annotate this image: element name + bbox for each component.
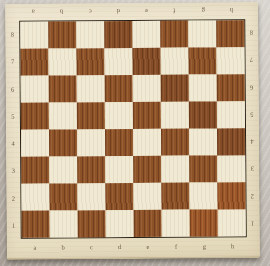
square-f5[interactable] xyxy=(161,102,189,129)
coord-label-d: d xyxy=(104,5,132,17)
square-f2[interactable] xyxy=(161,183,189,210)
square-e3[interactable] xyxy=(133,156,161,183)
coord-label-4: 4 xyxy=(7,130,19,157)
coord-label-f: f xyxy=(162,241,190,253)
coord-label-e: e xyxy=(134,241,162,253)
square-h2[interactable] xyxy=(217,182,245,209)
coord-label-3: 3 xyxy=(246,155,258,182)
square-h6[interactable] xyxy=(217,74,245,101)
square-h5[interactable] xyxy=(217,101,245,128)
coord-label-8: 8 xyxy=(6,21,18,48)
square-c7[interactable] xyxy=(76,48,104,75)
coord-label-7: 7 xyxy=(245,46,257,73)
coord-label-e: e xyxy=(132,5,160,17)
square-a1[interactable] xyxy=(22,211,50,238)
board-grid xyxy=(19,19,247,239)
square-d5[interactable] xyxy=(105,102,133,129)
square-e1[interactable] xyxy=(134,210,162,237)
square-e4[interactable] xyxy=(133,129,161,156)
square-e8[interactable] xyxy=(132,21,160,48)
rank-labels-left: 87654321 xyxy=(6,21,20,239)
coord-label-3: 3 xyxy=(7,157,19,184)
coord-label-5: 5 xyxy=(246,101,258,128)
coord-label-6: 6 xyxy=(7,75,19,102)
square-f7[interactable] xyxy=(160,48,188,75)
square-a7[interactable] xyxy=(20,49,48,76)
coord-label-b: b xyxy=(49,241,77,253)
square-b3[interactable] xyxy=(49,156,77,183)
square-a3[interactable] xyxy=(21,157,49,184)
coord-label-8: 8 xyxy=(245,19,257,46)
square-h7[interactable] xyxy=(216,47,244,74)
square-f1[interactable] xyxy=(162,210,190,237)
square-g3[interactable] xyxy=(189,155,217,182)
square-f3[interactable] xyxy=(161,156,189,183)
square-a8[interactable] xyxy=(20,22,48,49)
square-b7[interactable] xyxy=(48,48,76,75)
square-h3[interactable] xyxy=(217,155,245,182)
square-h8[interactable] xyxy=(216,20,244,47)
coord-label-1: 1 xyxy=(247,210,259,237)
square-g8[interactable] xyxy=(188,20,216,47)
square-a5[interactable] xyxy=(21,103,49,130)
square-h1[interactable] xyxy=(218,209,246,236)
coord-label-b: b xyxy=(47,5,75,17)
square-d1[interactable] xyxy=(106,210,134,237)
file-labels-top: abcdefgh xyxy=(19,4,245,18)
coord-label-g: g xyxy=(189,4,217,16)
coord-label-c: c xyxy=(76,5,104,17)
square-b4[interactable] xyxy=(49,129,77,156)
coord-label-f: f xyxy=(160,5,188,17)
square-d2[interactable] xyxy=(105,183,133,210)
coord-label-5: 5 xyxy=(7,103,19,130)
coord-label-6: 6 xyxy=(246,74,258,101)
coord-label-2: 2 xyxy=(246,183,258,210)
coord-label-a: a xyxy=(19,6,47,18)
square-g7[interactable] xyxy=(188,47,216,74)
square-g5[interactable] xyxy=(189,101,217,128)
square-g6[interactable] xyxy=(189,74,217,101)
coord-label-g: g xyxy=(190,240,218,252)
chess-board: abcdefgh abcdefgh 87654321 87654321 xyxy=(5,2,260,260)
photo-background: abcdefgh abcdefgh 87654321 87654321 xyxy=(0,0,270,266)
square-e2[interactable] xyxy=(133,183,161,210)
square-c4[interactable] xyxy=(77,129,105,156)
square-g2[interactable] xyxy=(189,182,217,209)
square-b6[interactable] xyxy=(49,75,77,102)
square-f8[interactable] xyxy=(160,21,188,48)
square-b2[interactable] xyxy=(49,183,77,210)
square-b5[interactable] xyxy=(49,102,77,129)
square-c8[interactable] xyxy=(76,21,104,48)
square-d6[interactable] xyxy=(105,75,133,102)
square-f4[interactable] xyxy=(161,129,189,156)
square-g1[interactable] xyxy=(190,209,218,236)
coord-label-d: d xyxy=(106,241,134,253)
square-c5[interactable] xyxy=(77,102,105,129)
rank-labels-right: 87654321 xyxy=(245,19,259,237)
square-h4[interactable] xyxy=(217,128,245,155)
square-g4[interactable] xyxy=(189,128,217,155)
coord-label-h: h xyxy=(217,4,245,16)
square-b1[interactable] xyxy=(50,210,78,237)
square-c3[interactable] xyxy=(77,156,105,183)
square-d3[interactable] xyxy=(105,156,133,183)
square-d8[interactable] xyxy=(104,21,132,48)
square-e7[interactable] xyxy=(132,48,160,75)
square-b8[interactable] xyxy=(48,21,76,48)
square-a4[interactable] xyxy=(21,130,49,157)
square-e5[interactable] xyxy=(133,102,161,129)
square-e6[interactable] xyxy=(133,75,161,102)
coord-label-2: 2 xyxy=(7,184,19,211)
coord-label-c: c xyxy=(77,241,105,253)
square-c1[interactable] xyxy=(78,210,106,237)
file-labels-bottom: abcdefgh xyxy=(21,240,247,254)
square-c6[interactable] xyxy=(77,75,105,102)
coord-label-7: 7 xyxy=(6,48,18,75)
square-c2[interactable] xyxy=(77,183,105,210)
square-d7[interactable] xyxy=(104,48,132,75)
square-a6[interactable] xyxy=(21,76,49,103)
square-f6[interactable] xyxy=(161,75,189,102)
coord-label-1: 1 xyxy=(8,212,20,239)
coord-label-h: h xyxy=(219,240,247,252)
square-a2[interactable] xyxy=(21,184,49,211)
coord-label-4: 4 xyxy=(246,128,258,155)
square-d4[interactable] xyxy=(105,129,133,156)
coord-label-a: a xyxy=(21,242,49,254)
